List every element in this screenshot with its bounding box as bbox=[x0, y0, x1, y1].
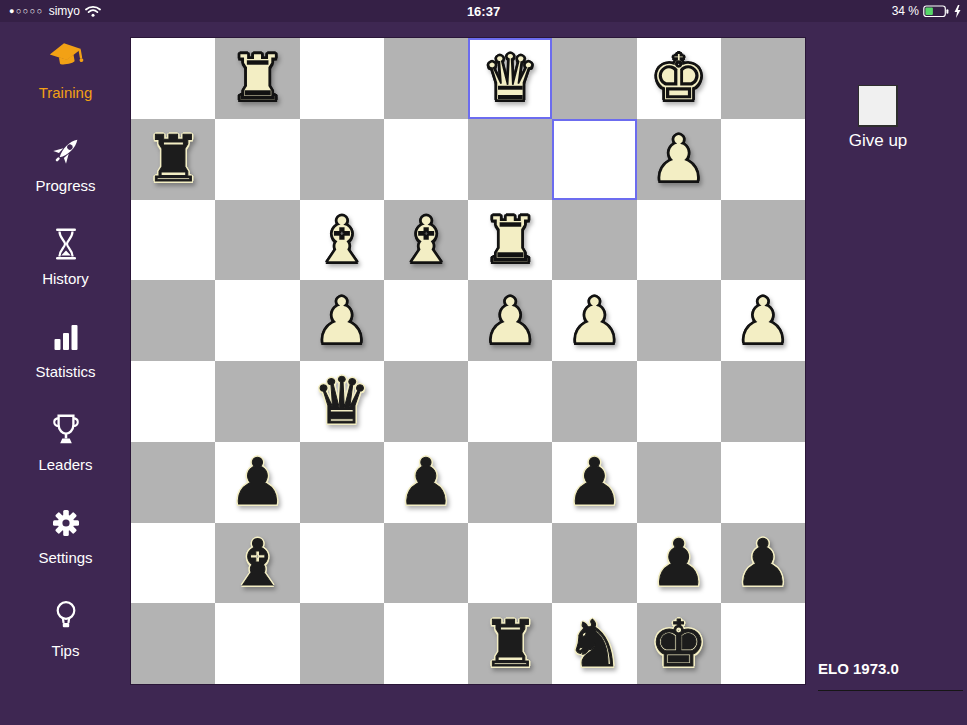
square[interactable] bbox=[215, 603, 299, 684]
square[interactable] bbox=[215, 200, 299, 281]
piece-wP[interactable]: ♟ bbox=[734, 289, 791, 353]
piece-wP[interactable]: ♟ bbox=[566, 289, 623, 353]
square[interactable]: ♝ bbox=[215, 523, 299, 604]
square[interactable] bbox=[552, 119, 636, 200]
square[interactable] bbox=[131, 603, 215, 684]
sidebar-item-tips[interactable]: Tips bbox=[0, 597, 131, 659]
square[interactable] bbox=[131, 442, 215, 523]
square[interactable] bbox=[637, 280, 721, 361]
square[interactable] bbox=[131, 361, 215, 442]
piece-wB[interactable]: ♝ bbox=[397, 208, 454, 272]
sidebar-item-settings[interactable]: Settings bbox=[0, 504, 131, 566]
piece-wR[interactable]: ♜ bbox=[229, 46, 286, 110]
square[interactable] bbox=[721, 119, 805, 200]
sidebar-item-training[interactable]: Training bbox=[0, 39, 131, 101]
rocket-icon bbox=[0, 132, 131, 170]
square[interactable]: ♟ bbox=[300, 280, 384, 361]
sidebar-item-history[interactable]: History bbox=[0, 225, 131, 287]
square[interactable] bbox=[384, 603, 468, 684]
square[interactable]: ♟ bbox=[215, 442, 299, 523]
give-up-label: Give up bbox=[836, 131, 920, 151]
square[interactable]: ♟ bbox=[721, 523, 805, 604]
sidebar-item-label: Progress bbox=[0, 177, 131, 194]
square[interactable]: ♜ bbox=[468, 603, 552, 684]
square[interactable] bbox=[552, 38, 636, 119]
square[interactable]: ♟ bbox=[637, 119, 721, 200]
sidebar-item-label: Settings bbox=[0, 549, 131, 566]
square[interactable] bbox=[721, 361, 805, 442]
chess-board: ♜♛♚♜♟♝♝♜♟♟♟♟♛♟♟♟♝♟♟♜♞♚ bbox=[130, 37, 806, 685]
square[interactable]: ♟ bbox=[637, 523, 721, 604]
sidebar: Training Progress bbox=[0, 22, 131, 725]
piece-bP[interactable]: ♟ bbox=[566, 450, 623, 514]
lightbulb-icon bbox=[0, 597, 131, 635]
square[interactable]: ♚ bbox=[637, 603, 721, 684]
square[interactable] bbox=[215, 280, 299, 361]
square[interactable]: ♜ bbox=[468, 200, 552, 281]
square[interactable] bbox=[468, 523, 552, 604]
square[interactable] bbox=[300, 119, 384, 200]
piece-bP[interactable]: ♟ bbox=[650, 531, 707, 595]
piece-bK[interactable]: ♚ bbox=[650, 612, 707, 676]
square[interactable] bbox=[300, 523, 384, 604]
square[interactable] bbox=[384, 523, 468, 604]
piece-bN[interactable]: ♞ bbox=[566, 612, 623, 676]
piece-wQ[interactable]: ♛ bbox=[481, 46, 538, 110]
piece-wP[interactable]: ♟ bbox=[481, 289, 538, 353]
sidebar-item-label: Statistics bbox=[0, 363, 131, 380]
square[interactable] bbox=[384, 361, 468, 442]
square[interactable] bbox=[637, 200, 721, 281]
piece-bP[interactable]: ♟ bbox=[734, 531, 791, 595]
square[interactable] bbox=[721, 603, 805, 684]
square[interactable] bbox=[384, 280, 468, 361]
charging-bolt-icon bbox=[954, 5, 961, 18]
give-up-button[interactable]: Give up bbox=[836, 85, 920, 151]
sidebar-item-label: History bbox=[0, 270, 131, 287]
trophy-icon bbox=[0, 411, 131, 449]
square[interactable] bbox=[384, 38, 468, 119]
square[interactable] bbox=[131, 38, 215, 119]
square[interactable] bbox=[552, 200, 636, 281]
carrier-label: simyo bbox=[49, 4, 80, 18]
square[interactable] bbox=[131, 523, 215, 604]
piece-bP[interactable]: ♟ bbox=[397, 450, 454, 514]
square[interactable] bbox=[468, 361, 552, 442]
square[interactable]: ♛ bbox=[300, 361, 384, 442]
square[interactable]: ♝ bbox=[300, 200, 384, 281]
give-up-square-icon bbox=[858, 85, 898, 127]
square[interactable] bbox=[215, 361, 299, 442]
square[interactable] bbox=[131, 200, 215, 281]
piece-bP[interactable]: ♟ bbox=[229, 450, 286, 514]
piece-wP[interactable]: ♟ bbox=[313, 289, 370, 353]
square[interactable] bbox=[637, 442, 721, 523]
square[interactable] bbox=[300, 603, 384, 684]
square[interactable]: ♜ bbox=[131, 119, 215, 200]
square[interactable] bbox=[468, 119, 552, 200]
square[interactable] bbox=[721, 200, 805, 281]
sidebar-item-label: Tips bbox=[0, 642, 131, 659]
piece-wP[interactable]: ♟ bbox=[650, 127, 707, 191]
clock-label: 16:37 bbox=[0, 4, 967, 19]
square[interactable] bbox=[552, 523, 636, 604]
gear-icon bbox=[0, 504, 131, 542]
square[interactable] bbox=[131, 280, 215, 361]
elo-rating-label: ELO 1973.0 bbox=[818, 660, 963, 691]
square[interactable] bbox=[721, 442, 805, 523]
piece-wR[interactable]: ♜ bbox=[481, 208, 538, 272]
square[interactable] bbox=[300, 38, 384, 119]
status-bar: ●○○○○ simyo 16:37 34 % bbox=[0, 0, 967, 22]
cell-signal-icon: ●○○○○ bbox=[9, 6, 44, 16]
square[interactable]: ♟ bbox=[468, 280, 552, 361]
sidebar-item-statistics[interactable]: Statistics bbox=[0, 318, 131, 380]
square[interactable] bbox=[552, 361, 636, 442]
square[interactable]: ♟ bbox=[721, 280, 805, 361]
battery-percent-label: 34 % bbox=[892, 4, 919, 18]
square[interactable]: ♟ bbox=[552, 442, 636, 523]
battery-icon bbox=[923, 5, 950, 18]
sidebar-item-leaders[interactable]: Leaders bbox=[0, 411, 131, 473]
piece-bR[interactable]: ♜ bbox=[144, 127, 201, 191]
piece-bB[interactable]: ♝ bbox=[229, 531, 286, 595]
hourglass-icon bbox=[0, 225, 131, 263]
square[interactable] bbox=[215, 119, 299, 200]
bar-chart-icon bbox=[0, 318, 131, 356]
square[interactable]: ♟ bbox=[552, 280, 636, 361]
square[interactable] bbox=[300, 442, 384, 523]
sidebar-item-progress[interactable]: Progress bbox=[0, 132, 131, 194]
piece-wB[interactable]: ♝ bbox=[313, 208, 370, 272]
square[interactable] bbox=[468, 442, 552, 523]
piece-bR[interactable]: ♜ bbox=[481, 612, 538, 676]
piece-bQ[interactable]: ♛ bbox=[313, 369, 370, 433]
square[interactable]: ♚ bbox=[637, 38, 721, 119]
graduation-cap-icon bbox=[0, 39, 131, 77]
square[interactable] bbox=[721, 38, 805, 119]
square[interactable] bbox=[384, 119, 468, 200]
square[interactable]: ♜ bbox=[215, 38, 299, 119]
wifi-icon bbox=[85, 5, 101, 17]
square[interactable]: ♟ bbox=[384, 442, 468, 523]
square[interactable] bbox=[637, 361, 721, 442]
square[interactable]: ♞ bbox=[552, 603, 636, 684]
square[interactable]: ♛ bbox=[468, 38, 552, 119]
square[interactable]: ♝ bbox=[384, 200, 468, 281]
sidebar-item-label: Leaders bbox=[0, 456, 131, 473]
piece-wK[interactable]: ♚ bbox=[650, 46, 707, 110]
sidebar-item-label: Training bbox=[0, 84, 131, 101]
